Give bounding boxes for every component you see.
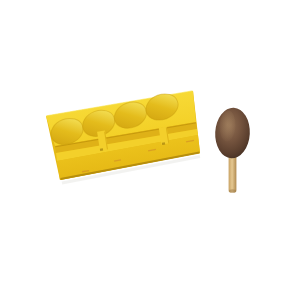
mold-slot-notch-2 bbox=[162, 142, 165, 145]
product-photo: Yellow silicone ice cream bar mold with … bbox=[0, 0, 300, 300]
popsicle-stick-tip-shade bbox=[229, 189, 236, 193]
popsicle-stick bbox=[229, 154, 237, 193]
mold-slot-notch-1 bbox=[100, 148, 103, 151]
photo-canvas: Yellow silicone ice cream bar mold with … bbox=[0, 0, 300, 300]
